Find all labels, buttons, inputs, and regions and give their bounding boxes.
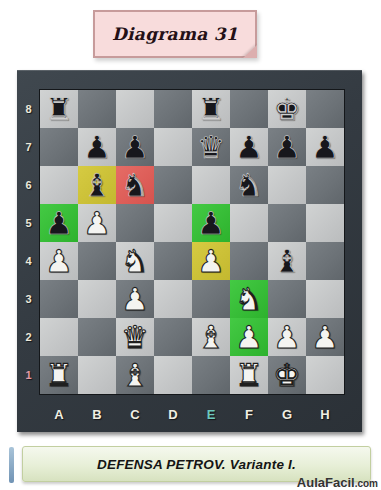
piece-black-pawn: ♟ [197,204,225,242]
file-label-b: B [78,394,116,432]
square-e1[interactable] [192,356,230,394]
site-credit[interactable]: AulaFacil.com [297,473,378,490]
square-e8[interactable]: ♜ [192,90,230,128]
piece-white-bishop: ♝ [121,356,149,394]
piece-black-pawn: ♟ [45,204,73,242]
square-f4[interactable] [230,242,268,280]
square-a4[interactable]: ♟ [40,242,78,280]
rank-label-7: 7 [17,128,40,166]
square-d7[interactable] [154,128,192,166]
square-e5[interactable]: ♟ [192,204,230,242]
diagram-title-note: Diagrama 31 [93,10,257,58]
square-f7[interactable]: ♟ [230,128,268,166]
square-b3[interactable] [78,280,116,318]
square-h7[interactable]: ♟ [306,128,344,166]
square-b1[interactable] [78,356,116,394]
piece-white-pawn: ♟ [121,280,149,318]
piece-white-pawn: ♟ [273,318,301,356]
piece-black-pawn: ♟ [83,128,111,166]
square-g7[interactable]: ♟ [268,128,306,166]
piece-white-pawn: ♟ [45,242,73,280]
piece-black-pawn: ♟ [235,128,263,166]
piece-black-knight: ♞ [235,166,263,204]
piece-white-pawn: ♟ [311,318,339,356]
site-credit-name: AulaFacil [297,475,355,490]
site-credit-suffix: .com [355,478,378,489]
square-b2[interactable] [78,318,116,356]
rank-label-6: 6 [17,166,40,204]
square-b8[interactable] [78,90,116,128]
rank-label-5: 5 [17,204,40,242]
square-c3[interactable]: ♟ [116,280,154,318]
square-d2[interactable] [154,318,192,356]
square-b7[interactable]: ♟ [78,128,116,166]
square-c7[interactable]: ♟ [116,128,154,166]
piece-black-queen: ♛ [197,128,225,166]
square-c5[interactable] [116,204,154,242]
square-h6[interactable] [306,166,344,204]
rank-label-4: 4 [17,242,40,280]
file-label-c: C [116,394,154,432]
piece-white-bishop: ♝ [197,318,225,356]
square-h3[interactable] [306,280,344,318]
square-c4[interactable]: ♞ [116,242,154,280]
piece-black-pawn: ♟ [311,128,339,166]
square-g4[interactable]: ♝ [268,242,306,280]
square-b6[interactable]: ♝ [78,166,116,204]
piece-white-knight: ♞ [235,280,263,318]
piece-white-rook: ♜ [45,356,73,394]
square-a3[interactable] [40,280,78,318]
square-a5[interactable]: ♟ [40,204,78,242]
file-label-h: H [306,394,344,432]
piece-black-bishop: ♝ [83,166,111,204]
square-a2[interactable] [40,318,78,356]
square-e6[interactable] [192,166,230,204]
rank-label-8: 8 [17,90,40,128]
piece-black-pawn: ♟ [121,128,149,166]
square-f6[interactable]: ♞ [230,166,268,204]
square-g8[interactable]: ♚ [268,90,306,128]
square-h8[interactable] [306,90,344,128]
square-g3[interactable] [268,280,306,318]
piece-black-king: ♚ [273,90,301,128]
piece-black-rook: ♜ [45,90,73,128]
piece-black-rook: ♜ [197,90,225,128]
rank-label-3: 3 [17,280,40,318]
piece-white-rook: ♜ [235,356,263,394]
rank-label-1: 1 [17,356,40,394]
square-h5[interactable] [306,204,344,242]
piece-white-pawn: ♟ [197,242,225,280]
caption-side-tab [9,447,14,483]
piece-white-pawn: ♟ [83,204,111,242]
square-d4[interactable] [154,242,192,280]
square-a6[interactable] [40,166,78,204]
square-c1[interactable]: ♝ [116,356,154,394]
square-f3[interactable]: ♞ [230,280,268,318]
square-f5[interactable] [230,204,268,242]
rank-label-2: 2 [17,318,40,356]
square-f1[interactable]: ♜ [230,356,268,394]
square-d6[interactable] [154,166,192,204]
square-c2[interactable]: ♛ [116,318,154,356]
square-c6[interactable]: ♞ [116,166,154,204]
piece-black-knight: ♞ [121,166,149,204]
square-h2[interactable]: ♟ [306,318,344,356]
square-d3[interactable] [154,280,192,318]
file-label-f: F [230,394,268,432]
note-fold-corner-icon [243,45,257,58]
square-g1[interactable]: ♚ [268,356,306,394]
square-d5[interactable] [154,204,192,242]
piece-white-pawn: ♟ [235,318,263,356]
piece-black-bishop: ♝ [273,242,301,280]
square-g6[interactable] [268,166,306,204]
board-squares: ♜♜♚♟♟♛♟♟♟♝♞♞♟♟♟♟♞♟♝♟♞♛♝♟♟♟♜♝♜♚ [40,90,344,394]
square-e4[interactable]: ♟ [192,242,230,280]
piece-white-king: ♚ [273,356,301,394]
square-h4[interactable] [306,242,344,280]
square-b4[interactable] [78,242,116,280]
file-label-d: D [154,394,192,432]
square-h1[interactable] [306,356,344,394]
square-d8[interactable] [154,90,192,128]
square-b5[interactable]: ♟ [78,204,116,242]
square-c8[interactable] [116,90,154,128]
piece-white-queen: ♛ [121,318,149,356]
diagram-title: Diagrama 31 [112,24,238,44]
square-e3[interactable] [192,280,230,318]
piece-black-pawn: ♟ [273,128,301,166]
piece-white-knight: ♞ [121,242,149,280]
file-label-e: E [192,394,230,432]
square-g2[interactable]: ♟ [268,318,306,356]
square-a8[interactable]: ♜ [40,90,78,128]
square-d1[interactable] [154,356,192,394]
square-f2[interactable]: ♟ [230,318,268,356]
square-e7[interactable]: ♛ [192,128,230,166]
file-label-g: G [268,394,306,432]
square-e2[interactable]: ♝ [192,318,230,356]
opening-name: DEFENSA PETROV. Variante I. [97,457,296,472]
square-a1[interactable]: ♜ [40,356,78,394]
square-f8[interactable] [230,90,268,128]
square-g5[interactable] [268,204,306,242]
file-label-a: A [40,394,78,432]
square-a7[interactable] [40,128,78,166]
chess-board: ♜♜♚♟♟♛♟♟♟♝♞♞♟♟♟♟♞♟♝♟♞♛♝♟♟♟♜♝♜♚ 87654321 … [17,70,362,432]
